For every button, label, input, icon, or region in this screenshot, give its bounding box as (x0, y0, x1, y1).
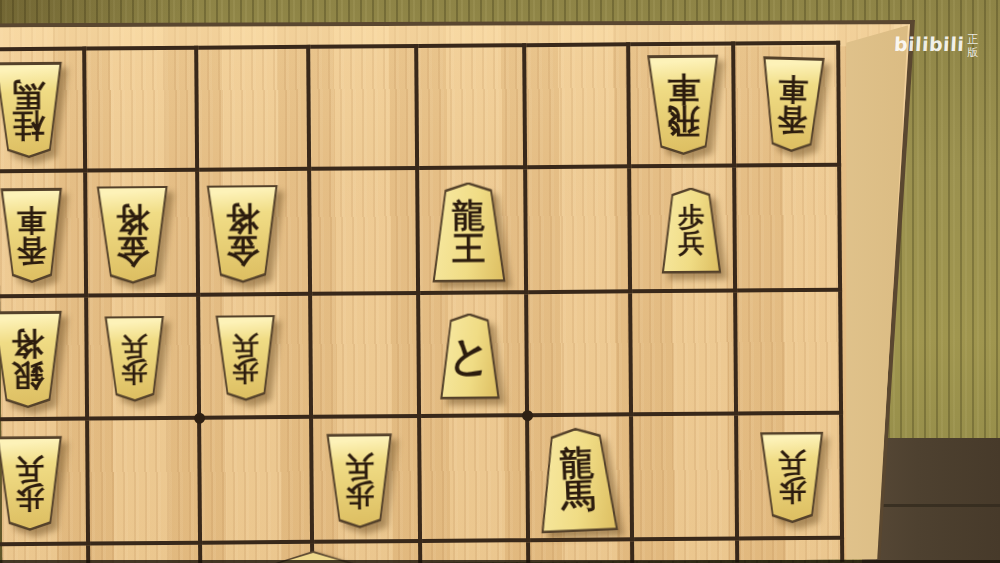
board-square-24[interactable] (633, 416, 739, 542)
board-pieces: 桂馬飛車香車香車金将金将龍王歩兵銀将歩兵歩兵と歩兵歩兵龍馬歩兵 (0, 0, 998, 3)
piece-kanji: 歩兵 (214, 315, 277, 401)
shogi-board: 桂馬飛車香車香車金将金将龍王歩兵銀将歩兵歩兵と歩兵歩兵龍馬歩兵 (0, 0, 1000, 563)
piece-tokin-43[interactable]: と (438, 313, 501, 399)
piece-kanji: 歩兵 (660, 187, 723, 273)
board-square-44[interactable] (421, 417, 530, 543)
bilibili-tag-char-1: 正 (967, 34, 978, 47)
bilibili-tag-char-2: 版 (967, 47, 978, 60)
bilibili-tag: 正 版 (967, 34, 978, 59)
piece-kanji: 金将 (205, 185, 280, 284)
piece-pawn-84[interactable]: 歩兵 (0, 436, 64, 531)
board-square-32[interactable] (527, 168, 632, 294)
board-square-12[interactable] (736, 167, 842, 293)
piece-pawn-14[interactable]: 歩兵 (759, 432, 825, 524)
piece-gold-62[interactable]: 金将 (205, 185, 280, 284)
piece-dragon-horse-34[interactable]: 龍馬 (535, 426, 619, 533)
star-point-1 (194, 413, 205, 424)
anime-frame: 桂馬飛車香車香車金将金将龍王歩兵銀将歩兵歩兵と歩兵歩兵龍馬歩兵 bilibili… (0, 0, 1000, 563)
board-square-74[interactable] (89, 420, 202, 546)
board-square-53[interactable] (312, 295, 421, 419)
board-square-64[interactable] (201, 419, 314, 545)
piece-kanji: 歩兵 (0, 436, 64, 531)
board-square-41[interactable] (418, 43, 527, 170)
piece-kanji: 香車 (0, 188, 64, 283)
piece-pawn-63[interactable]: 歩兵 (214, 315, 277, 401)
piece-kanji: 飛車 (646, 55, 721, 156)
piece-kanji: 歩兵 (325, 433, 394, 528)
piece-pawn-73[interactable]: 歩兵 (103, 316, 166, 402)
board-square-61[interactable] (198, 45, 311, 172)
bilibili-watermark: bilibili 正 版 (894, 33, 978, 59)
piece-kanji: 龍王 (430, 182, 507, 283)
piece-kanji: と (438, 313, 501, 399)
piece-kanji: 歩兵 (103, 316, 166, 402)
piece-rook-21[interactable]: 飛車 (646, 55, 721, 156)
piece-pawn-54[interactable]: 歩兵 (325, 433, 394, 528)
board-square-71[interactable] (86, 46, 199, 173)
piece-kanji: 龍馬 (535, 426, 619, 533)
piece-kanji: 桂馬 (0, 62, 64, 159)
board-square-23[interactable] (632, 293, 738, 417)
piece-lance-11[interactable]: 香車 (759, 56, 826, 153)
star-point-2 (522, 410, 533, 421)
board-square-52[interactable] (311, 170, 420, 296)
piece-kanji: 香車 (759, 56, 826, 153)
piece-lance-82[interactable]: 香車 (0, 188, 64, 283)
piece-dragon-king-42[interactable]: 龍王 (430, 182, 507, 283)
board-square-33[interactable] (528, 293, 633, 417)
board-square-31[interactable] (526, 42, 631, 169)
piece-kanji: 金将 (95, 185, 170, 284)
piece-kanji: 銀将 (0, 311, 64, 409)
bilibili-logo: bilibili (893, 33, 964, 55)
piece-gold-72[interactable]: 金将 (95, 185, 170, 284)
piece-pawn-22[interactable]: 歩兵 (660, 187, 723, 273)
piece-kanji: 歩兵 (759, 432, 825, 524)
piece-silver-83[interactable]: 銀将 (0, 311, 64, 409)
board-grid (0, 0, 998, 3)
piece-knight-81[interactable]: 桂馬 (0, 62, 64, 159)
board-square-13[interactable] (737, 292, 843, 416)
board-square-51[interactable] (310, 44, 419, 171)
